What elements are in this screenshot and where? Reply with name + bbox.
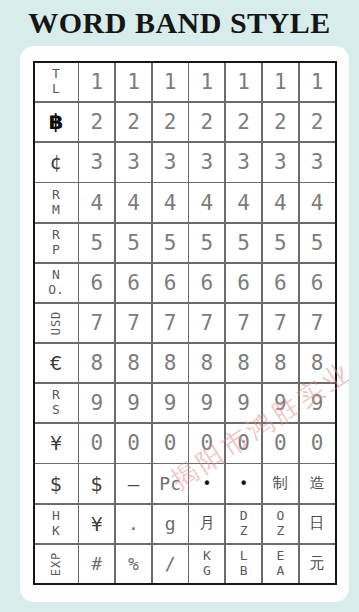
grid-cell-r11-c3: — (116, 464, 151, 502)
grid-cell-r3-c2: 3 (79, 143, 114, 181)
grid-cell-r9-c4: 9 (153, 384, 188, 422)
grid-cell-r9-c1: R S (35, 384, 78, 422)
grid-cell-r13-c7: E A (263, 545, 298, 583)
grid-cell-r7-c8: 7 (300, 304, 335, 342)
grid-cell-r9-c5: 9 (189, 384, 224, 422)
grid-cell-r11-c8: 造 (300, 464, 335, 502)
character-grid: T L1111111฿2222222¢3333333R M4444444R P5… (33, 61, 337, 585)
grid-cell-r9-c2: 9 (79, 384, 114, 422)
grid-cell-r11-c2: $ (79, 464, 114, 502)
grid-cell-r13-c6: L B (226, 545, 261, 583)
grid-cell-r4-c8: 4 (300, 183, 335, 221)
grid-cell-r8-c7: 8 (263, 344, 298, 382)
grid-cell-r9-c6: 9 (226, 384, 261, 422)
grid-cell-r2-c1: ฿ (35, 103, 78, 141)
grid-cell-r7-c3: 7 (116, 304, 151, 342)
grid-cell-r6-c7: 6 (263, 264, 298, 302)
grid-cell-r6-c4: 6 (153, 264, 188, 302)
grid-cell-r10-c8: 0 (300, 424, 335, 462)
grid-cell-r4-c3: 4 (116, 183, 151, 221)
grid-cell-r10-c2: 0 (79, 424, 114, 462)
grid-cell-r10-c5: 0 (189, 424, 224, 462)
grid-cell-r3-c6: 3 (226, 143, 261, 181)
chart-panel: T L1111111฿2222222¢3333333R M4444444R P5… (20, 46, 349, 602)
grid-cell-r10-c3: 0 (116, 424, 151, 462)
grid-cell-r12-c4: g (153, 505, 188, 543)
grid-cell-r7-c5: 7 (189, 304, 224, 342)
grid-cell-r1-c7: 1 (263, 63, 298, 101)
grid-cell-r1-c5: 1 (189, 63, 224, 101)
grid-cell-r5-c4: 5 (153, 224, 188, 262)
grid-cell-r13-c3: % (116, 545, 151, 583)
grid-cell-r4-c5: 4 (189, 183, 224, 221)
grid-cell-r1-c6: 1 (226, 63, 261, 101)
grid-cell-r1-c2: 1 (79, 63, 114, 101)
grid-cell-r12-c1: H K (35, 505, 78, 543)
grid-cell-r10-c4: 0 (153, 424, 188, 462)
grid-cell-r5-c2: 5 (79, 224, 114, 262)
grid-cell-r12-c2: ¥ (79, 505, 114, 543)
grid-cell-r13-c8: 元 (300, 545, 335, 583)
grid-cell-r7-c2: 7 (79, 304, 114, 342)
grid-cell-r3-c8: 3 (300, 143, 335, 181)
grid-cell-r5-c8: 5 (300, 224, 335, 262)
grid-cell-r4-c1: R M (35, 183, 78, 221)
grid-cell-r5-c6: 5 (226, 224, 261, 262)
grid-cell-r2-c6: 2 (226, 103, 261, 141)
grid-cell-r1-c1: T L (35, 63, 78, 101)
grid-cell-r12-c3: . (116, 505, 151, 543)
grid-cell-r8-c5: 8 (189, 344, 224, 382)
grid-cell-r11-c7: 制 (263, 464, 298, 502)
grid-cell-r13-c5: K G (189, 545, 224, 583)
grid-cell-r2-c4: 2 (153, 103, 188, 141)
grid-cell-r8-c4: 8 (153, 344, 188, 382)
grid-cell-r7-c6: 7 (226, 304, 261, 342)
grid-cell-r8-c3: 8 (116, 344, 151, 382)
grid-cell-r1-c3: 1 (116, 63, 151, 101)
grid-cell-r7-c1: USD (35, 304, 78, 342)
grid-cell-r4-c2: 4 (79, 183, 114, 221)
grid-cell-r9-c8: 9 (300, 384, 335, 422)
page-title: WORD BAND STYLE (0, 0, 359, 46)
grid-cell-r7-c7: 7 (263, 304, 298, 342)
grid-cell-r13-c2: # (79, 545, 114, 583)
grid-cell-r8-c6: 8 (226, 344, 261, 382)
grid-cell-r11-c4: Pc (153, 464, 188, 502)
grid-cell-r5-c3: 5 (116, 224, 151, 262)
grid-cell-r2-c8: 2 (300, 103, 335, 141)
grid-cell-r12-c7: O Z (263, 505, 298, 543)
grid-cell-r2-c2: 2 (79, 103, 114, 141)
grid-cell-r3-c5: 3 (189, 143, 224, 181)
grid-cell-r6-c1: N O. (35, 264, 78, 302)
grid-cell-r4-c7: 4 (263, 183, 298, 221)
grid-cell-r12-c5: 月 (189, 505, 224, 543)
grid-cell-r13-c1: EXP (35, 545, 78, 583)
grid-cell-r5-c7: 5 (263, 224, 298, 262)
grid-cell-r2-c7: 2 (263, 103, 298, 141)
grid-cell-r10-c1: ¥ (35, 424, 78, 462)
grid-cell-r7-c4: 7 (153, 304, 188, 342)
grid-cell-r9-c3: 9 (116, 384, 151, 422)
grid-cell-r3-c7: 3 (263, 143, 298, 181)
grid-cell-r10-c6: 0 (226, 424, 261, 462)
grid-cell-r1-c4: 1 (153, 63, 188, 101)
grid-cell-r5-c5: 5 (189, 224, 224, 262)
grid-cell-r8-c8: 8 (300, 344, 335, 382)
grid-cell-r11-c1: $ (35, 464, 78, 502)
rotated-label: USD (49, 311, 63, 336)
grid-cell-r11-c5: • (189, 464, 224, 502)
grid-cell-r9-c7: 9 (263, 384, 298, 422)
grid-cell-r12-c8: 日 (300, 505, 335, 543)
grid-cell-r6-c3: 6 (116, 264, 151, 302)
grid-cell-r6-c5: 6 (189, 264, 224, 302)
grid-cell-r13-c4: / (153, 545, 188, 583)
grid-cell-r6-c2: 6 (79, 264, 114, 302)
grid-cell-r12-c6: D Z (226, 505, 261, 543)
grid-cell-r11-c6: • (226, 464, 261, 502)
grid-cell-r3-c3: 3 (116, 143, 151, 181)
grid-cell-r6-c6: 6 (226, 264, 261, 302)
rotated-label: EXP (49, 551, 63, 576)
grid-cell-r3-c4: 3 (153, 143, 188, 181)
grid-cell-r8-c2: 8 (79, 344, 114, 382)
grid-cell-r4-c4: 4 (153, 183, 188, 221)
grid-cell-r2-c3: 2 (116, 103, 151, 141)
grid-cell-r2-c5: 2 (189, 103, 224, 141)
grid-cell-r8-c1: € (35, 344, 78, 382)
grid-cell-r4-c6: 4 (226, 183, 261, 221)
grid-cell-r3-c1: ¢ (35, 143, 78, 181)
grid-cell-r10-c7: 0 (263, 424, 298, 462)
grid-cell-r5-c1: R P (35, 224, 78, 262)
grid-cell-r6-c8: 6 (300, 264, 335, 302)
grid-cell-r1-c8: 1 (300, 63, 335, 101)
